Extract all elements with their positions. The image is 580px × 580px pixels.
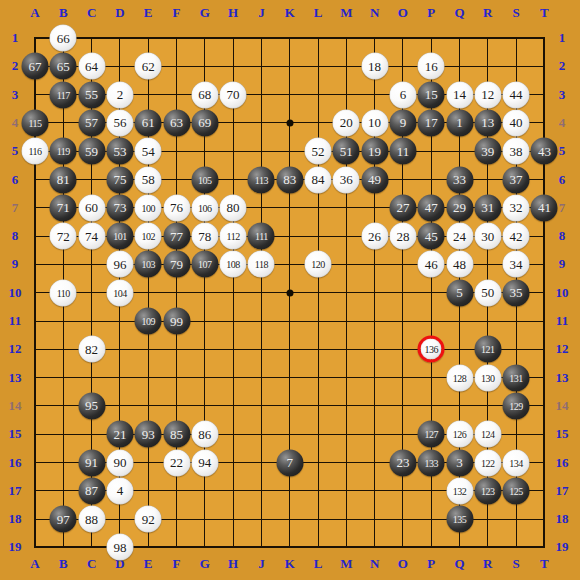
stone-black-45-P8[interactable]: 45 [418, 223, 445, 250]
row-label-right-1: 1 [559, 30, 566, 46]
stone-black-75-D6[interactable]: 75 [106, 166, 133, 193]
col-label-bottom-C: C [87, 556, 96, 572]
stone-black-93-E15[interactable]: 93 [135, 421, 162, 448]
row-label-right-6: 6 [559, 172, 566, 188]
grid-line-vertical [318, 37, 319, 548]
col-label-bottom-L: L [314, 556, 323, 572]
stone-black-47-P7[interactable]: 47 [418, 194, 445, 221]
stone-black-69-G4[interactable]: 69 [191, 109, 218, 136]
row-label-right-8: 8 [559, 228, 566, 244]
stone-black-13-R4[interactable]: 13 [474, 109, 501, 136]
stone-white-24-Q8[interactable]: 24 [446, 223, 473, 250]
stone-black-11-O5[interactable]: 11 [389, 138, 416, 165]
stone-black-55-C3[interactable]: 55 [78, 81, 105, 108]
stone-black-95-C14[interactable]: 95 [78, 392, 105, 419]
star-point [286, 289, 293, 296]
stone-white-102-E8[interactable]: 102 [135, 223, 162, 250]
stone-white-12-R3[interactable]: 12 [474, 81, 501, 108]
col-label-top-G: G [200, 5, 210, 21]
row-label-right-9: 9 [559, 256, 566, 272]
col-label-top-C: C [87, 5, 96, 21]
row-label-left-14: 14 [9, 398, 22, 414]
stone-black-99-F11[interactable]: 99 [163, 308, 190, 335]
stone-black-17-P4[interactable]: 17 [418, 109, 445, 136]
row-label-right-5: 5 [559, 143, 566, 159]
stone-black-97-B18[interactable]: 97 [50, 506, 77, 533]
stone-white-72-B8[interactable]: 72 [50, 223, 77, 250]
col-label-bottom-Q: Q [454, 556, 464, 572]
stone-black-51-M5[interactable]: 51 [333, 138, 360, 165]
stone-black-37-S6[interactable]: 37 [503, 166, 530, 193]
stone-black-111-J8[interactable]: 111 [248, 223, 275, 250]
stone-white-16-P2[interactable]: 16 [418, 53, 445, 80]
stone-white-94-G16[interactable]: 94 [191, 449, 218, 476]
stone-black-59-C5[interactable]: 59 [78, 138, 105, 165]
stone-white-66-B1[interactable]: 66 [50, 25, 77, 52]
row-label-left-8: 8 [12, 228, 19, 244]
row-label-right-14: 14 [556, 398, 569, 414]
row-label-right-12: 12 [556, 341, 569, 357]
row-label-right-7: 7 [559, 200, 566, 216]
go-diagram: AABBCCDDEEFFGGHHJJKKLLMMNNOOPPQQRRSSTT11… [0, 0, 580, 580]
row-label-left-3: 3 [12, 87, 19, 103]
stone-white-134-S16[interactable]: 134 [503, 449, 530, 476]
star-point [286, 119, 293, 126]
stone-black-21-D15[interactable]: 21 [106, 421, 133, 448]
stone-black-23-O16[interactable]: 23 [389, 449, 416, 476]
stone-white-80-H7[interactable]: 80 [220, 194, 247, 221]
stone-black-109-E11[interactable]: 109 [135, 308, 162, 335]
col-label-bottom-A: A [30, 556, 39, 572]
col-label-bottom-T: T [540, 556, 549, 572]
stone-white-130-R13[interactable]: 130 [474, 364, 501, 391]
stone-black-107-G9[interactable]: 107 [191, 251, 218, 278]
stone-white-52-L5[interactable]: 52 [305, 138, 332, 165]
stone-white-112-H8[interactable]: 112 [220, 223, 247, 250]
col-label-top-S: S [512, 5, 519, 21]
row-label-right-19: 19 [556, 539, 569, 555]
row-label-left-7: 7 [12, 200, 19, 216]
stone-white-56-D4[interactable]: 56 [106, 109, 133, 136]
stone-black-27-O7[interactable]: 27 [389, 194, 416, 221]
stone-white-32-S7[interactable]: 32 [503, 194, 530, 221]
stone-white-120-L9[interactable]: 120 [305, 251, 332, 278]
col-label-top-L: L [314, 5, 323, 21]
stone-black-117-B3[interactable]: 117 [50, 81, 77, 108]
stone-white-60-C7[interactable]: 60 [78, 194, 105, 221]
stone-white-96-D9[interactable]: 96 [106, 251, 133, 278]
col-label-bottom-K: K [285, 556, 295, 572]
stone-white-28-O8[interactable]: 28 [389, 223, 416, 250]
stone-white-108-H9[interactable]: 108 [220, 251, 247, 278]
stone-black-105-G6[interactable]: 105 [191, 166, 218, 193]
stone-black-29-Q7[interactable]: 29 [446, 194, 473, 221]
stone-black-131-S13[interactable]: 131 [503, 364, 530, 391]
stone-white-128-Q13[interactable]: 128 [446, 364, 473, 391]
stone-white-38-S5[interactable]: 38 [503, 138, 530, 165]
stone-white-110-B10[interactable]: 110 [50, 279, 77, 306]
stone-white-14-Q3[interactable]: 14 [446, 81, 473, 108]
stone-black-127-P15[interactable]: 127 [418, 421, 445, 448]
col-label-top-F: F [173, 5, 181, 21]
stone-white-126-Q15[interactable]: 126 [446, 421, 473, 448]
row-label-left-13: 13 [9, 370, 22, 386]
stone-white-2-D3[interactable]: 2 [106, 81, 133, 108]
grid-line-horizontal [34, 321, 545, 322]
col-label-top-R: R [483, 5, 492, 21]
stone-black-123-R17[interactable]: 123 [474, 477, 501, 504]
stone-white-90-D16[interactable]: 90 [106, 449, 133, 476]
stone-white-54-E5[interactable]: 54 [135, 138, 162, 165]
stone-black-101-D8[interactable]: 101 [106, 223, 133, 250]
stone-white-82-C12[interactable]: 82 [78, 336, 105, 363]
stone-white-84-L6[interactable]: 84 [305, 166, 332, 193]
col-label-top-T: T [540, 5, 549, 21]
stone-black-129-S14[interactable]: 129 [503, 392, 530, 419]
grid-line-horizontal [34, 405, 545, 406]
col-label-bottom-H: H [228, 556, 238, 572]
stone-black-113-J6[interactable]: 113 [248, 166, 275, 193]
stone-white-48-Q9[interactable]: 48 [446, 251, 473, 278]
stone-black-125-S17[interactable]: 125 [503, 477, 530, 504]
stone-white-44-S3[interactable]: 44 [503, 81, 530, 108]
col-label-bottom-B: B [59, 556, 68, 572]
row-label-left-17: 17 [9, 483, 22, 499]
row-label-left-10: 10 [9, 285, 22, 301]
stone-black-39-R5[interactable]: 39 [474, 138, 501, 165]
stone-black-63-F4[interactable]: 63 [163, 109, 190, 136]
col-label-bottom-O: O [398, 556, 408, 572]
col-label-top-J: J [258, 5, 265, 21]
stone-black-79-F9[interactable]: 79 [163, 251, 190, 278]
stone-black-43-T5[interactable]: 43 [531, 138, 558, 165]
stone-white-92-E18[interactable]: 92 [135, 506, 162, 533]
col-label-bottom-J: J [258, 556, 265, 572]
col-label-bottom-M: M [340, 556, 352, 572]
stone-black-31-R7[interactable]: 31 [474, 194, 501, 221]
stone-white-132-Q17[interactable]: 132 [446, 477, 473, 504]
stone-black-87-C17[interactable]: 87 [78, 477, 105, 504]
stone-white-88-C18[interactable]: 88 [78, 506, 105, 533]
col-label-top-O: O [398, 5, 408, 21]
stone-white-104-D10[interactable]: 104 [106, 279, 133, 306]
row-label-right-3: 3 [559, 87, 566, 103]
row-label-left-2: 2 [12, 58, 19, 74]
row-label-left-11: 11 [9, 313, 21, 329]
col-label-top-K: K [285, 5, 295, 21]
stone-white-136-P12[interactable]: 136 [418, 336, 445, 363]
stone-black-135-Q18[interactable]: 135 [446, 506, 473, 533]
stone-black-67-A2[interactable]: 67 [22, 53, 49, 80]
stone-white-30-R8[interactable]: 30 [474, 223, 501, 250]
stone-white-58-E6[interactable]: 58 [135, 166, 162, 193]
stone-black-81-B6[interactable]: 81 [50, 166, 77, 193]
stone-black-35-S10[interactable]: 35 [503, 279, 530, 306]
stone-white-26-N8[interactable]: 26 [361, 223, 388, 250]
col-label-top-B: B [59, 5, 68, 21]
stone-black-53-D5[interactable]: 53 [106, 138, 133, 165]
stone-white-100-E7[interactable]: 100 [135, 194, 162, 221]
stone-black-9-O4[interactable]: 9 [389, 109, 416, 136]
stone-white-22-F16[interactable]: 22 [163, 449, 190, 476]
stone-white-42-S8[interactable]: 42 [503, 223, 530, 250]
col-label-bottom-E: E [144, 556, 153, 572]
stone-white-122-R16[interactable]: 122 [474, 449, 501, 476]
stone-white-86-G15[interactable]: 86 [191, 421, 218, 448]
stone-black-41-T7[interactable]: 41 [531, 194, 558, 221]
col-label-top-M: M [340, 5, 352, 21]
row-label-left-6: 6 [12, 172, 19, 188]
stone-black-3-Q16[interactable]: 3 [446, 449, 473, 476]
row-label-left-19: 19 [9, 539, 22, 555]
stone-white-10-N4[interactable]: 10 [361, 109, 388, 136]
row-label-right-18: 18 [556, 511, 569, 527]
row-label-right-11: 11 [556, 313, 568, 329]
stone-black-71-B7[interactable]: 71 [50, 194, 77, 221]
stone-black-133-P16[interactable]: 133 [418, 449, 445, 476]
row-label-left-9: 9 [12, 256, 19, 272]
stone-white-78-G8[interactable]: 78 [191, 223, 218, 250]
stone-white-6-O3[interactable]: 6 [389, 81, 416, 108]
row-label-right-10: 10 [556, 285, 569, 301]
row-label-right-16: 16 [556, 455, 569, 471]
col-label-top-D: D [115, 5, 124, 21]
stone-white-46-P9[interactable]: 46 [418, 251, 445, 278]
stone-black-77-F8[interactable]: 77 [163, 223, 190, 250]
stone-white-118-J9[interactable]: 118 [248, 251, 275, 278]
stone-white-36-M6[interactable]: 36 [333, 166, 360, 193]
col-label-top-A: A [30, 5, 39, 21]
col-label-bottom-P: P [427, 556, 435, 572]
col-label-bottom-S: S [512, 556, 519, 572]
col-label-top-N: N [370, 5, 379, 21]
stone-white-76-F7[interactable]: 76 [163, 194, 190, 221]
grid-line-horizontal [34, 349, 545, 350]
stone-white-68-G3[interactable]: 68 [191, 81, 218, 108]
stone-white-18-N2[interactable]: 18 [361, 53, 388, 80]
stone-black-33-Q6[interactable]: 33 [446, 166, 473, 193]
stone-white-70-H3[interactable]: 70 [220, 81, 247, 108]
stone-white-40-S4[interactable]: 40 [503, 109, 530, 136]
row-label-left-4: 4 [12, 115, 19, 131]
row-label-right-13: 13 [556, 370, 569, 386]
stone-black-83-K6[interactable]: 83 [276, 166, 303, 193]
stone-white-124-R15[interactable]: 124 [474, 421, 501, 448]
col-label-bottom-N: N [370, 556, 379, 572]
stone-white-34-S9[interactable]: 34 [503, 251, 530, 278]
stone-black-1-Q4[interactable]: 1 [446, 109, 473, 136]
stone-black-65-B2[interactable]: 65 [50, 53, 77, 80]
col-label-bottom-F: F [173, 556, 181, 572]
stone-white-62-E2[interactable]: 62 [135, 53, 162, 80]
row-label-left-5: 5 [12, 143, 19, 159]
row-label-right-17: 17 [556, 483, 569, 499]
stone-black-15-P3[interactable]: 15 [418, 81, 445, 108]
row-label-left-1: 1 [12, 30, 19, 46]
stone-black-121-R12[interactable]: 121 [474, 336, 501, 363]
col-label-top-Q: Q [454, 5, 464, 21]
stone-black-49-N6[interactable]: 49 [361, 166, 388, 193]
stone-black-7-K16[interactable]: 7 [276, 449, 303, 476]
stone-white-64-C2[interactable]: 64 [78, 53, 105, 80]
row-label-left-16: 16 [9, 455, 22, 471]
stone-black-5-Q10[interactable]: 5 [446, 279, 473, 306]
col-label-top-P: P [427, 5, 435, 21]
row-label-left-18: 18 [9, 511, 22, 527]
stone-white-20-M4[interactable]: 20 [333, 109, 360, 136]
row-label-right-4: 4 [559, 115, 566, 131]
stone-black-115-A4[interactable]: 115 [22, 109, 49, 136]
row-label-right-15: 15 [556, 426, 569, 442]
row-label-right-2: 2 [559, 58, 566, 74]
stone-white-4-D17[interactable]: 4 [106, 477, 133, 504]
col-label-top-H: H [228, 5, 238, 21]
col-label-bottom-R: R [483, 556, 492, 572]
row-label-left-12: 12 [9, 341, 22, 357]
row-label-left-15: 15 [9, 426, 22, 442]
stone-black-57-C4[interactable]: 57 [78, 109, 105, 136]
stone-white-50-R10[interactable]: 50 [474, 279, 501, 306]
stone-white-106-G7[interactable]: 106 [191, 194, 218, 221]
grid-line-vertical [543, 37, 545, 548]
stone-black-85-F15[interactable]: 85 [163, 421, 190, 448]
stone-black-91-C16[interactable]: 91 [78, 449, 105, 476]
stone-white-98-D19[interactable]: 98 [106, 534, 133, 561]
stone-white-74-C8[interactable]: 74 [78, 223, 105, 250]
stone-black-73-D7[interactable]: 73 [106, 194, 133, 221]
stone-black-61-E4[interactable]: 61 [135, 109, 162, 136]
col-label-top-E: E [144, 5, 153, 21]
stone-black-119-B5[interactable]: 119 [50, 138, 77, 165]
stone-white-116-A5[interactable]: 116 [22, 138, 49, 165]
stone-black-19-N5[interactable]: 19 [361, 138, 388, 165]
col-label-bottom-G: G [200, 556, 210, 572]
stone-black-103-E9[interactable]: 103 [135, 251, 162, 278]
